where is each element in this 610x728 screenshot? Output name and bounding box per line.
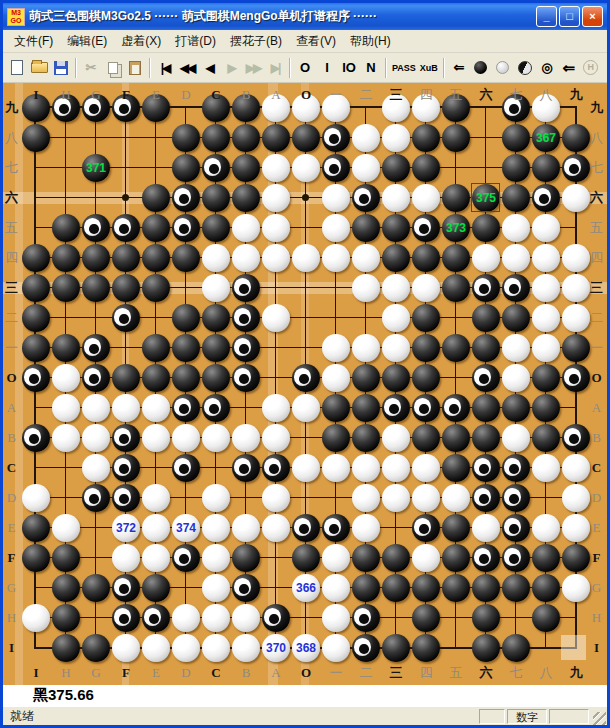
maximize-button[interactable]: □ [559, 6, 580, 27]
nav-back10-button[interactable]: ◀◀ [176, 56, 198, 80]
cell-E-C[interactable] [141, 453, 171, 483]
cell-G-G[interactable] [81, 573, 111, 603]
cell-七-A[interactable] [501, 393, 531, 423]
cell-B-六[interactable] [231, 183, 261, 213]
cell-F-D[interactable] [111, 483, 141, 513]
nav-first-button[interactable]: |◀ [154, 56, 176, 80]
cell-H-G[interactable] [51, 573, 81, 603]
cell-G-F[interactable] [81, 543, 111, 573]
cell-一-D[interactable] [321, 483, 351, 513]
black-stone-button[interactable] [470, 56, 492, 80]
cell-B-四[interactable] [231, 243, 261, 273]
cell-九-五[interactable] [561, 213, 591, 243]
cell-六-F[interactable] [471, 543, 501, 573]
cell-O-八[interactable] [291, 123, 321, 153]
cell-H-三[interactable] [51, 273, 81, 303]
cell-七-一[interactable] [501, 333, 531, 363]
cell-F-一[interactable] [111, 333, 141, 363]
cell-六-A[interactable] [471, 393, 501, 423]
cell-A-五[interactable] [261, 213, 291, 243]
cell-H-B[interactable] [51, 423, 81, 453]
cell-C-五[interactable] [201, 213, 231, 243]
cell-O-C[interactable] [291, 453, 321, 483]
cell-D-A[interactable] [171, 393, 201, 423]
cell-四-I[interactable] [411, 633, 441, 663]
cell-E-F[interactable] [141, 543, 171, 573]
cell-一-C[interactable] [321, 453, 351, 483]
cell-D-八[interactable] [171, 123, 201, 153]
cell-六-一[interactable] [471, 333, 501, 363]
cell-D-一[interactable] [171, 333, 201, 363]
cell-四-三[interactable] [411, 273, 441, 303]
nav-back-button[interactable]: ◀ [198, 56, 220, 80]
cell-O-D[interactable] [291, 483, 321, 513]
cell-A-一[interactable] [261, 333, 291, 363]
cell-F-二[interactable] [111, 303, 141, 333]
cell-A-C[interactable] [261, 453, 291, 483]
cell-D-H[interactable] [171, 603, 201, 633]
cell-六-八[interactable] [471, 123, 501, 153]
cell-D-七[interactable] [171, 153, 201, 183]
cell-G-B[interactable] [81, 423, 111, 453]
cell-I-D[interactable] [21, 483, 51, 513]
cell-O-O[interactable] [291, 363, 321, 393]
cell-E-O[interactable] [141, 363, 171, 393]
cell-H-二[interactable] [51, 303, 81, 333]
cell-B-B[interactable] [231, 423, 261, 453]
minimize-button[interactable]: _ [536, 6, 557, 27]
cell-I-七[interactable] [21, 153, 51, 183]
cell-八-一[interactable] [531, 333, 561, 363]
cell-H-四[interactable] [51, 243, 81, 273]
cell-H-H[interactable] [51, 603, 81, 633]
cell-I-E[interactable] [21, 513, 51, 543]
cell-D-O[interactable] [171, 363, 201, 393]
cell-I-A[interactable] [21, 393, 51, 423]
cell-I-C[interactable] [21, 453, 51, 483]
cell-O-E[interactable] [291, 513, 321, 543]
cell-一-一[interactable] [321, 333, 351, 363]
cell-C-六[interactable] [201, 183, 231, 213]
cell-F-E[interactable]: 372 [111, 513, 141, 543]
title-bar[interactable]: M3GO 萌式三色围棋M3Go2.5 ······ 萌式围棋MengGo单机打谱… [3, 3, 607, 30]
nav-forward10-button[interactable]: ▶▶ [242, 56, 264, 80]
cell-A-六[interactable] [261, 183, 291, 213]
cell-六-C[interactable] [471, 453, 501, 483]
cell-E-七[interactable] [141, 153, 171, 183]
cell-B-二[interactable] [231, 303, 261, 333]
cell-二-三[interactable] [351, 273, 381, 303]
cell-A-四[interactable] [261, 243, 291, 273]
xub-button[interactable]: XuB [418, 56, 440, 80]
cell-B-A[interactable] [231, 393, 261, 423]
cell-C-D[interactable] [201, 483, 231, 513]
cell-二-I[interactable] [351, 633, 381, 663]
cell-G-五[interactable] [81, 213, 111, 243]
save-button[interactable] [50, 56, 72, 80]
cell-A-F[interactable] [261, 543, 291, 573]
cell-C-O[interactable] [201, 363, 231, 393]
cell-三-B[interactable] [381, 423, 411, 453]
cell-三-三[interactable] [381, 273, 411, 303]
cell-一-G[interactable] [321, 573, 351, 603]
cell-五-G[interactable] [441, 573, 471, 603]
cell-三-六[interactable] [381, 183, 411, 213]
cell-六-六[interactable]: 375 [471, 183, 501, 213]
cell-H-七[interactable] [51, 153, 81, 183]
cell-八-I[interactable] [531, 633, 561, 663]
cell-一-B[interactable] [321, 423, 351, 453]
cell-E-G[interactable] [141, 573, 171, 603]
cell-F-I[interactable] [111, 633, 141, 663]
cell-I-G[interactable] [21, 573, 51, 603]
cell-G-四[interactable] [81, 243, 111, 273]
cell-七-C[interactable] [501, 453, 531, 483]
cell-九-B[interactable] [561, 423, 591, 453]
cell-F-C[interactable] [111, 453, 141, 483]
cell-E-I[interactable] [141, 633, 171, 663]
cell-一-E[interactable] [321, 513, 351, 543]
cell-G-二[interactable] [81, 303, 111, 333]
cell-一-五[interactable] [321, 213, 351, 243]
cell-三-H[interactable] [381, 603, 411, 633]
cell-四-一[interactable] [411, 333, 441, 363]
cell-D-G[interactable] [171, 573, 201, 603]
paste-button[interactable] [124, 56, 146, 80]
cell-I-O[interactable] [21, 363, 51, 393]
cell-O-B[interactable] [291, 423, 321, 453]
cell-E-四[interactable] [141, 243, 171, 273]
cell-八-C[interactable] [531, 453, 561, 483]
cell-二-E[interactable] [351, 513, 381, 543]
cell-一-O[interactable] [321, 363, 351, 393]
cell-D-四[interactable] [171, 243, 201, 273]
cell-八-F[interactable] [531, 543, 561, 573]
cell-九-E[interactable] [561, 513, 591, 543]
cell-一-七[interactable] [321, 153, 351, 183]
cell-G-E[interactable] [81, 513, 111, 543]
cell-八-八[interactable]: 367 [531, 123, 561, 153]
cell-F-H[interactable] [111, 603, 141, 633]
cell-一-八[interactable] [321, 123, 351, 153]
cell-六-I[interactable] [471, 633, 501, 663]
cell-二-H[interactable] [351, 603, 381, 633]
cell-E-B[interactable] [141, 423, 171, 453]
cell-五-E[interactable] [441, 513, 471, 543]
cell-九-三[interactable] [561, 273, 591, 303]
cell-三-四[interactable] [381, 243, 411, 273]
cell-H-五[interactable] [51, 213, 81, 243]
cell-六-四[interactable] [471, 243, 501, 273]
cell-D-I[interactable] [171, 633, 201, 663]
cell-二-F[interactable] [351, 543, 381, 573]
cell-C-I[interactable] [201, 633, 231, 663]
cell-三-一[interactable] [381, 333, 411, 363]
cell-A-I[interactable]: 370 [261, 633, 291, 663]
cell-八-E[interactable] [531, 513, 561, 543]
cell-七-O[interactable] [501, 363, 531, 393]
cell-D-E[interactable]: 374 [171, 513, 201, 543]
cell-九-F[interactable] [561, 543, 591, 573]
cell-一-H[interactable] [321, 603, 351, 633]
cell-O-G[interactable]: 366 [291, 573, 321, 603]
flower-stone-button[interactable] [514, 56, 536, 80]
open-file-button[interactable] [28, 56, 50, 80]
cell-七-三[interactable] [501, 273, 531, 303]
cell-九-O[interactable] [561, 363, 591, 393]
cell-E-A[interactable] [141, 393, 171, 423]
cell-C-一[interactable] [201, 333, 231, 363]
cell-I-二[interactable] [21, 303, 51, 333]
cell-三-七[interactable] [381, 153, 411, 183]
cell-O-H[interactable] [291, 603, 321, 633]
cell-六-五[interactable] [471, 213, 501, 243]
cell-G-C[interactable] [81, 453, 111, 483]
cell-C-二[interactable] [201, 303, 231, 333]
cell-二-B[interactable] [351, 423, 381, 453]
cell-七-F[interactable] [501, 543, 531, 573]
copy-button[interactable] [102, 56, 124, 80]
mode-O-button[interactable]: O [294, 56, 316, 80]
cell-五-二[interactable] [441, 303, 471, 333]
cell-四-七[interactable] [411, 153, 441, 183]
circle-marker-button[interactable]: ◎ [536, 56, 558, 80]
cell-五-O[interactable] [441, 363, 471, 393]
cell-四-O[interactable] [411, 363, 441, 393]
cell-H-F[interactable] [51, 543, 81, 573]
cell-O-三[interactable] [291, 273, 321, 303]
cell-O-I[interactable]: 368 [291, 633, 321, 663]
cell-四-E[interactable] [411, 513, 441, 543]
cell-B-八[interactable] [231, 123, 261, 153]
cell-三-五[interactable] [381, 213, 411, 243]
cell-B-G[interactable] [231, 573, 261, 603]
cell-H-C[interactable] [51, 453, 81, 483]
cell-五-I[interactable] [441, 633, 471, 663]
cell-B-一[interactable] [231, 333, 261, 363]
cut-button[interactable]: ✂ [80, 56, 102, 80]
cell-九-C[interactable] [561, 453, 591, 483]
back-arrow-button[interactable]: ⇐ [558, 56, 580, 80]
cell-A-B[interactable] [261, 423, 291, 453]
cell-G-A[interactable] [81, 393, 111, 423]
cell-O-二[interactable] [291, 303, 321, 333]
cell-四-H[interactable] [411, 603, 441, 633]
menu-item-3[interactable]: 打谱(D) [168, 30, 223, 53]
cell-C-四[interactable] [201, 243, 231, 273]
cell-八-五[interactable] [531, 213, 561, 243]
cell-A-D[interactable] [261, 483, 291, 513]
cell-五-D[interactable] [441, 483, 471, 513]
cell-三-I[interactable] [381, 633, 411, 663]
cell-B-F[interactable] [231, 543, 261, 573]
cell-八-三[interactable] [531, 273, 561, 303]
cell-二-七[interactable] [351, 153, 381, 183]
cell-二-六[interactable] [351, 183, 381, 213]
cell-B-I[interactable] [231, 633, 261, 663]
cell-H-八[interactable] [51, 123, 81, 153]
cell-四-五[interactable] [411, 213, 441, 243]
cell-五-一[interactable] [441, 333, 471, 363]
cell-B-O[interactable] [231, 363, 261, 393]
cell-五-A[interactable] [441, 393, 471, 423]
cell-G-O[interactable] [81, 363, 111, 393]
cell-O-五[interactable] [291, 213, 321, 243]
cell-A-二[interactable] [261, 303, 291, 333]
cell-D-二[interactable] [171, 303, 201, 333]
cell-I-八[interactable] [21, 123, 51, 153]
h-button[interactable]: H [580, 56, 602, 80]
cell-G-D[interactable] [81, 483, 111, 513]
cell-H-A[interactable] [51, 393, 81, 423]
cell-七-I[interactable] [501, 633, 531, 663]
cell-八-H[interactable] [531, 603, 561, 633]
cell-七-E[interactable] [501, 513, 531, 543]
cell-八-A[interactable] [531, 393, 561, 423]
cell-F-七[interactable] [111, 153, 141, 183]
cell-三-八[interactable] [381, 123, 411, 153]
cell-B-D[interactable] [231, 483, 261, 513]
cell-六-B[interactable] [471, 423, 501, 453]
cell-九-四[interactable] [561, 243, 591, 273]
new-file-button[interactable] [6, 56, 28, 80]
cell-A-A[interactable] [261, 393, 291, 423]
cell-一-A[interactable] [321, 393, 351, 423]
cell-G-H[interactable] [81, 603, 111, 633]
cell-H-六[interactable] [51, 183, 81, 213]
cell-G-三[interactable] [81, 273, 111, 303]
cell-二-O[interactable] [351, 363, 381, 393]
cell-一-二[interactable] [321, 303, 351, 333]
cell-C-C[interactable] [201, 453, 231, 483]
menu-item-1[interactable]: 编辑(E) [60, 30, 114, 53]
cell-D-F[interactable] [171, 543, 201, 573]
cell-三-C[interactable] [381, 453, 411, 483]
menu-item-2[interactable]: 虚着(X) [114, 30, 168, 53]
cell-A-E[interactable] [261, 513, 291, 543]
cell-I-一[interactable] [21, 333, 51, 363]
cell-六-O[interactable] [471, 363, 501, 393]
cell-E-H[interactable] [141, 603, 171, 633]
cell-四-六[interactable] [411, 183, 441, 213]
cell-六-E[interactable] [471, 513, 501, 543]
cell-九-H[interactable] [561, 603, 591, 633]
cell-四-B[interactable] [411, 423, 441, 453]
cell-二-五[interactable] [351, 213, 381, 243]
cell-三-G[interactable] [381, 573, 411, 603]
cell-A-G[interactable] [261, 573, 291, 603]
cell-七-五[interactable] [501, 213, 531, 243]
cell-三-二[interactable] [381, 303, 411, 333]
cell-F-B[interactable] [111, 423, 141, 453]
cell-二-D[interactable] [351, 483, 381, 513]
cell-O-一[interactable] [291, 333, 321, 363]
cell-O-A[interactable] [291, 393, 321, 423]
cell-七-H[interactable] [501, 603, 531, 633]
cell-I-六[interactable] [21, 183, 51, 213]
cell-一-四[interactable] [321, 243, 351, 273]
cell-D-五[interactable] [171, 213, 201, 243]
cell-B-H[interactable] [231, 603, 261, 633]
cell-五-八[interactable] [441, 123, 471, 153]
cell-F-G[interactable] [111, 573, 141, 603]
cell-D-三[interactable] [171, 273, 201, 303]
cell-F-六[interactable] [111, 183, 141, 213]
cell-五-六[interactable] [441, 183, 471, 213]
cell-九-I[interactable] [561, 633, 591, 663]
menu-item-0[interactable]: 文件(F) [7, 30, 60, 53]
cell-H-E[interactable] [51, 513, 81, 543]
menu-item-5[interactable]: 查看(V) [289, 30, 343, 53]
cell-O-七[interactable] [291, 153, 321, 183]
cell-八-二[interactable] [531, 303, 561, 333]
mode-I-button[interactable]: I [316, 56, 338, 80]
cell-I-五[interactable] [21, 213, 51, 243]
cell-四-二[interactable] [411, 303, 441, 333]
cell-C-八[interactable] [201, 123, 231, 153]
cell-六-G[interactable] [471, 573, 501, 603]
cell-九-八[interactable] [561, 123, 591, 153]
cell-A-七[interactable] [261, 153, 291, 183]
cell-二-A[interactable] [351, 393, 381, 423]
cell-I-I[interactable] [21, 633, 51, 663]
cell-A-O[interactable] [261, 363, 291, 393]
cell-C-F[interactable] [201, 543, 231, 573]
cell-三-E[interactable] [381, 513, 411, 543]
cell-G-八[interactable] [81, 123, 111, 153]
menu-item-4[interactable]: 摆花子(B) [223, 30, 289, 53]
cell-四-D[interactable] [411, 483, 441, 513]
cell-E-二[interactable] [141, 303, 171, 333]
cell-F-A[interactable] [111, 393, 141, 423]
cell-八-四[interactable] [531, 243, 561, 273]
cell-D-D[interactable] [171, 483, 201, 513]
nav-forward-button[interactable]: ▶ [220, 56, 242, 80]
cell-六-D[interactable] [471, 483, 501, 513]
cell-六-七[interactable] [471, 153, 501, 183]
cell-四-八[interactable] [411, 123, 441, 153]
cell-E-三[interactable] [141, 273, 171, 303]
cell-F-八[interactable] [111, 123, 141, 153]
cell-C-B[interactable] [201, 423, 231, 453]
cell-H-D[interactable] [51, 483, 81, 513]
cell-二-一[interactable] [351, 333, 381, 363]
cell-三-O[interactable] [381, 363, 411, 393]
nav-last-button[interactable]: ▶| [264, 56, 286, 80]
cell-I-F[interactable] [21, 543, 51, 573]
cell-C-三[interactable] [201, 273, 231, 303]
cell-七-七[interactable] [501, 153, 531, 183]
cell-七-G[interactable] [501, 573, 531, 603]
cell-五-C[interactable] [441, 453, 471, 483]
cell-七-B[interactable] [501, 423, 531, 453]
cell-一-F[interactable] [321, 543, 351, 573]
cell-F-三[interactable] [111, 273, 141, 303]
cell-五-五[interactable]: 373 [441, 213, 471, 243]
cell-七-六[interactable] [501, 183, 531, 213]
cell-F-O[interactable] [111, 363, 141, 393]
white-stone-button[interactable] [492, 56, 514, 80]
cell-九-G[interactable] [561, 573, 591, 603]
cell-二-四[interactable] [351, 243, 381, 273]
cell-I-四[interactable] [21, 243, 51, 273]
cell-G-七[interactable]: 371 [81, 153, 111, 183]
cell-G-六[interactable] [81, 183, 111, 213]
cell-五-B[interactable] [441, 423, 471, 453]
cell-A-三[interactable] [261, 273, 291, 303]
cell-四-G[interactable] [411, 573, 441, 603]
cell-四-C[interactable] [411, 453, 441, 483]
